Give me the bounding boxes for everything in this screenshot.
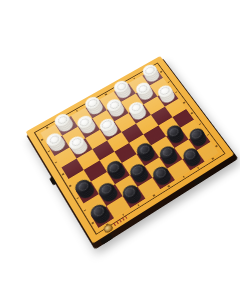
black-checker-piece — [107, 163, 130, 184]
white-checker-piece — [47, 136, 69, 156]
black-checker-piece — [76, 182, 99, 203]
black-checker-piece — [91, 206, 115, 228]
board-foot-icon — [100, 233, 114, 245]
white-checker-piece — [78, 119, 100, 138]
black-checker-piece — [159, 148, 182, 168]
checkers-board — [26, 56, 234, 243]
black-checker-piece — [122, 187, 145, 209]
black-checker-piece — [137, 145, 160, 165]
white-checker-piece — [99, 121, 121, 141]
black-checker-piece — [129, 166, 152, 187]
white-checker-piece — [56, 116, 78, 135]
product-photo — [0, 0, 240, 303]
white-checker-piece — [157, 88, 179, 107]
photo-scene — [0, 0, 240, 303]
white-checker-piece — [70, 138, 92, 158]
white-checker-piece — [129, 104, 151, 123]
black-checker-piece — [99, 184, 122, 206]
black-checker-piece — [182, 150, 205, 170]
hinge-clasp-left-icon — [49, 175, 59, 186]
black-checker-piece — [152, 168, 175, 189]
hinge-clasp-right-icon — [194, 175, 206, 185]
